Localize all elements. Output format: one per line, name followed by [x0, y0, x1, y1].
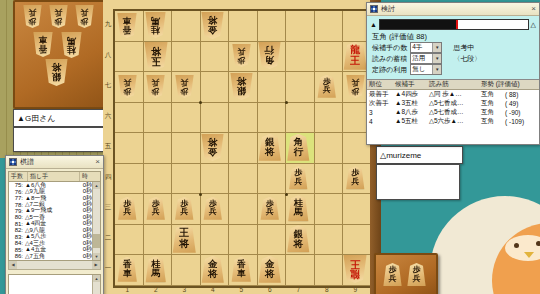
square-3-4[interactable] [172, 164, 201, 195]
square-7-9[interactable] [286, 11, 315, 42]
candidate-cell: ( -109) [505, 118, 539, 125]
board-star-dot [199, 101, 202, 104]
piece-歩兵-gote[interactable]: 歩兵 [383, 263, 402, 286]
rank-label-七: 七 [103, 81, 113, 90]
rank-label-九: 九 [103, 20, 113, 29]
rank-label-五: 五 [103, 142, 113, 151]
square-2-5[interactable] [144, 133, 173, 164]
control-label: 候補手の数 [372, 43, 407, 53]
square-6-9[interactable] [258, 11, 287, 42]
rank-label-八: 八 [103, 51, 113, 60]
kifu-title: 棋譜 [20, 157, 34, 167]
scrollbar-thumb[interactable] [93, 234, 100, 248]
control-status-text: 思考中 [453, 43, 474, 53]
scroll-down-icon[interactable]: ▼ [93, 253, 100, 260]
square-7-7[interactable] [286, 72, 315, 103]
candidate-cell: 互角 [481, 99, 505, 108]
candidate-cell: △5六歩▲… [429, 117, 481, 126]
square-4-4[interactable] [201, 164, 230, 195]
sente-player-name: ▲G田さん [13, 109, 113, 127]
analysis-title: 検討 [381, 4, 395, 14]
square-3-6[interactable] [172, 103, 201, 134]
rank-label-二: 二 [103, 234, 113, 243]
square-6-4[interactable] [258, 164, 287, 195]
rank-label-四: 四 [103, 173, 113, 182]
square-5-6[interactable] [229, 103, 258, 134]
candidate-row-次善手[interactable]: 次善手▲3五桂△5七香成…互角( 49) [367, 99, 539, 108]
square-5-9[interactable] [229, 11, 258, 42]
analysis-close-icon[interactable]: × [531, 5, 536, 13]
sente-comment-box [13, 127, 110, 152]
chick-left-eye [514, 243, 519, 248]
candidate-cell: ( 49) [505, 100, 539, 107]
analysis-window-icon [370, 5, 378, 13]
square-1-2[interactable] [115, 225, 144, 256]
square-8-3[interactable] [315, 194, 344, 225]
square-8-5[interactable] [315, 133, 344, 164]
square-1-6[interactable] [115, 103, 144, 134]
square-7-6[interactable] [286, 103, 315, 134]
square-2-6[interactable] [144, 103, 173, 134]
square-7-8[interactable] [286, 42, 315, 73]
square-8-8[interactable] [315, 42, 344, 73]
square-4-8[interactable] [201, 42, 230, 73]
chick-beak [524, 252, 534, 258]
square-5-3[interactable] [229, 194, 258, 225]
candidate-cell: 互角 [481, 117, 505, 126]
eval-text: 互角 (評価値 88) [367, 30, 539, 42]
eval-bar [379, 19, 529, 30]
chick-right-eye [536, 241, 540, 246]
candidate-cell: 4 [367, 118, 395, 125]
square-5-4[interactable] [229, 164, 258, 195]
piece-歩兵-gote[interactable]: 歩兵 [407, 263, 426, 286]
rank-label-三: 三 [103, 203, 113, 212]
sente-player-label: ▲G田さん [17, 113, 56, 124]
square-6-2[interactable] [258, 225, 287, 256]
header-line: 読み筋 [429, 80, 481, 89]
col-time: 時 [80, 172, 100, 181]
board-star-dot [199, 193, 202, 196]
piece-歩兵-sente[interactable]: 歩兵 [75, 5, 94, 28]
control-row-2: 定跡の利用無し▼ [367, 64, 539, 75]
square-2-4[interactable] [144, 164, 173, 195]
kifu-vertical-scrollbar[interactable]: ▲ ▼ [92, 182, 100, 260]
scroll-up-icon[interactable]: ▲ [93, 182, 100, 189]
scroll-right-icon[interactable]: ▶ [92, 261, 100, 269]
candidate-cell: ▲4四歩 [395, 90, 429, 99]
kifu-close-icon[interactable]: × [95, 158, 100, 166]
candidate-cell: 次善手 [367, 99, 395, 108]
candidate-cell: 3 [367, 109, 395, 116]
square-8-4[interactable] [315, 164, 344, 195]
board-star-dot [285, 101, 288, 104]
square-3-5[interactable] [172, 133, 201, 164]
kifu-horizontal-scrollbar[interactable]: ◀ ▶ [8, 261, 101, 270]
candidate-cell: 互角 [481, 90, 505, 99]
dropdown-無し[interactable]: 無し▼ [410, 64, 442, 75]
kifu-titlebar[interactable]: 棋譜 × [6, 156, 103, 169]
kifu-move-list[interactable]: 75:▲6八角0秒76:△9九龍0秒77:▲8一飛0秒78:△7二銀0秒79:▲… [8, 182, 101, 261]
square-8-6[interactable] [315, 103, 344, 134]
control-row-1: 読みの蓄積活用▼〈七段〉 [367, 53, 539, 64]
kifu-column-headers: 手数 指し手 時 [8, 171, 101, 182]
gote-player-label: △murizeme [380, 151, 421, 160]
chevron-down-icon[interactable]: ▼ [432, 54, 441, 63]
evaluation-bar-row: ▲ △ [367, 16, 539, 30]
candidate-row-3[interactable]: 3▲8八歩△5七香成…互角( -90) [367, 108, 539, 117]
candidate-cell: ▲5五桂 [395, 117, 429, 126]
candidate-row-最善手[interactable]: 最善手▲4四歩△同 歩▲…互角( 88) [367, 90, 539, 99]
scroll-up-icon[interactable]: ▲ [93, 275, 100, 282]
comment-scrollbar[interactable]: ▲ ▼ [92, 275, 100, 294]
kifu-comment-box[interactable]: ▲ ▼ [8, 274, 101, 294]
piece-銀将-sente[interactable]: 銀将 [45, 59, 68, 86]
header-eval: 形勢 (評価値) [481, 80, 539, 89]
square-9-3[interactable] [343, 194, 372, 225]
square-6-7[interactable] [258, 72, 287, 103]
candidate-table-header: 順位 候補手 読み筋 形勢 (評価値) [367, 80, 539, 90]
candidate-cell: △同 歩▲… [429, 90, 481, 99]
col-move: 指し手 [28, 172, 80, 181]
control-row-0: 候補手の数4手▼思考中 [367, 42, 539, 53]
candidate-cell: 最善手 [367, 90, 395, 99]
square-4-6[interactable] [201, 103, 230, 134]
chevron-down-icon[interactable]: ▼ [432, 65, 441, 74]
gote-player-name: △murizeme [376, 146, 463, 164]
square-4-2[interactable] [201, 225, 230, 256]
square-9-2[interactable] [343, 225, 372, 256]
candidate-cell: ▲3五桂 [395, 99, 429, 108]
kifu-row-86[interactable]: 86:△7五角0秒 [9, 253, 100, 259]
rank-label-一: 一 [103, 264, 113, 273]
control-label: 読みの蓄積 [372, 54, 407, 64]
square-5-5[interactable] [229, 133, 258, 164]
analysis-titlebar[interactable]: 検討 × [367, 3, 539, 16]
shogi-board: 九八七六五四三二一 123456789 香車桂馬金将香車金将王将銀将歩兵歩兵歩兵… [103, 0, 381, 294]
gote-hand-tray[interactable]: 歩兵歩兵 [374, 253, 438, 294]
candidate-cell: △5七香成… [429, 108, 481, 117]
square-5-2[interactable] [229, 225, 258, 256]
square-3-8[interactable] [172, 42, 201, 73]
square-8-2[interactable] [315, 225, 344, 256]
candidate-table: 順位 候補手 読み筋 形勢 (評価値) 最善手▲4四歩△同 歩▲…互角( 88)… [367, 79, 539, 144]
kifu-window: 棋譜 × 手数 指し手 時 75:▲6八角0秒76:△9九龍0秒77:▲8一飛0… [5, 155, 104, 294]
candidate-cell: ▲8八歩 [395, 108, 429, 117]
scroll-left-icon[interactable]: ◀ [9, 261, 17, 269]
dropdown-4手[interactable]: 4手▼ [410, 42, 442, 53]
square-2-2[interactable] [144, 225, 173, 256]
rank-label-六: 六 [103, 112, 113, 121]
header-rank: 順位 [367, 80, 395, 89]
eval-divider [456, 20, 458, 29]
square-8-9[interactable] [315, 11, 344, 42]
square-3-1[interactable] [172, 255, 201, 286]
piece-香車-sente[interactable]: 香車 [33, 32, 53, 57]
square-6-6[interactable] [258, 103, 287, 134]
candidate-cell: 互角 [481, 108, 505, 117]
board-star-dot [285, 193, 288, 196]
analysis-window: 検討 × ▲ △ 互角 (評価値 88) 候補手の数4手▼思考中読みの蓄積活用▼… [366, 2, 540, 145]
square-1-8[interactable] [115, 42, 144, 73]
piece-歩兵-sente[interactable]: 歩兵 [49, 5, 68, 28]
kifu-window-icon [9, 158, 17, 166]
control-label: 定跡の利用 [372, 65, 407, 75]
square-1-5[interactable] [115, 133, 144, 164]
square-7-1[interactable] [286, 255, 315, 286]
square-3-9[interactable] [172, 11, 201, 42]
shogi-app: 歩兵歩兵歩兵香車桂馬銀将 ▲G田さん 九八七六五四三二一 123456789 香… [0, 0, 540, 294]
gote-mark: △ [531, 21, 536, 29]
piece-桂馬-sente[interactable]: 桂馬 [61, 32, 82, 58]
sente-mark: ▲ [370, 21, 377, 28]
chevron-down-icon[interactable]: ▼ [432, 43, 441, 52]
col-move-number: 手数 [9, 172, 28, 181]
piece-歩兵-sente[interactable]: 歩兵 [23, 5, 42, 28]
square-4-7[interactable] [201, 72, 230, 103]
analysis-body: ▲ △ 互角 (評価値 88) 候補手の数4手▼思考中読みの蓄積活用▼〈七段〉定… [367, 16, 539, 144]
dropdown-活用[interactable]: 活用▼ [410, 53, 442, 64]
gote-comment-box [376, 164, 460, 200]
candidate-cell: ( 88) [505, 91, 539, 98]
control-status-text: 〈七段〉 [453, 54, 481, 64]
candidate-cell: △5七香成… [429, 99, 481, 108]
square-1-4[interactable] [115, 164, 144, 195]
eval-fill-sente [380, 20, 457, 29]
square-8-1[interactable] [315, 255, 344, 286]
candidate-cell: ( -90) [505, 109, 539, 116]
candidate-row-4[interactable]: 4▲5五桂△5六歩▲…互角( -109) [367, 117, 539, 126]
header-move: 候補手 [395, 80, 429, 89]
sente-hand-tray[interactable]: 歩兵歩兵歩兵香車桂馬銀将 [13, 0, 114, 109]
